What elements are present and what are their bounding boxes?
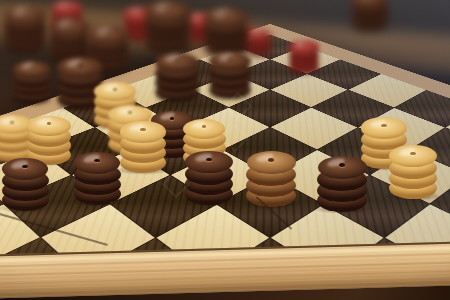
checker-piece-oak: [246, 151, 296, 206]
piece-top: [4, 6, 45, 25]
piece-dimple: [228, 58, 233, 61]
piece-top: [155, 53, 198, 73]
piece-dimple: [77, 64, 82, 67]
checker-piece-dark: [185, 151, 233, 204]
checker-piece-light: [27, 116, 71, 164]
checker-piece-dark: [352, 0, 388, 30]
piece-top: [247, 151, 296, 174]
piece-top: [13, 61, 50, 79]
piece-dimple: [381, 124, 386, 127]
piece-dimple: [258, 32, 261, 34]
piece-dimple: [165, 8, 170, 11]
piece-top: [2, 158, 48, 180]
piece-top: [361, 117, 406, 138]
piece-dimple: [140, 128, 145, 131]
piece-top: [185, 151, 232, 173]
piece-dimple: [68, 24, 72, 27]
piece-top: [183, 119, 225, 139]
checker-piece-dark: [4, 6, 46, 52]
checkers-photo-scene: [0, 0, 450, 300]
piece-top: [120, 121, 165, 142]
piece-dimple: [10, 121, 15, 124]
checker-piece-dark: [155, 53, 199, 101]
piece-top: [209, 52, 250, 71]
piece-dimple: [170, 117, 175, 120]
piece-top: [145, 1, 190, 22]
piece-dimple: [202, 125, 207, 128]
checker-piece-light: [389, 145, 437, 198]
checker-piece-dark: [2, 158, 49, 210]
piece-top: [87, 26, 128, 45]
piece-top: [318, 156, 367, 179]
checker-piece-dark: [317, 156, 367, 211]
piece-top: [94, 82, 135, 101]
checker-piece-dark: [50, 18, 90, 62]
piece-top: [389, 145, 436, 167]
checker-piece-red: [289, 40, 319, 73]
piece-top: [204, 8, 247, 28]
piece-top: [74, 152, 120, 174]
piece-top: [52, 1, 81, 15]
checker-piece-light: [120, 121, 166, 172]
piece-top: [289, 40, 318, 54]
checker-piece-dark: [204, 8, 248, 56]
piece-dimple: [23, 12, 28, 15]
piece-top: [57, 57, 102, 78]
checker-piece-dark: [209, 52, 251, 98]
checker-piece-dark: [13, 61, 51, 103]
piece-dimple: [113, 88, 118, 91]
piece-top: [27, 116, 70, 136]
checker-piece-dark: [145, 1, 191, 52]
piece-dimple: [339, 163, 345, 167]
piece-dimple: [268, 158, 274, 162]
piece-dimple: [106, 32, 111, 35]
checker-piece-dark: [74, 152, 121, 204]
piece-top: [247, 29, 271, 40]
